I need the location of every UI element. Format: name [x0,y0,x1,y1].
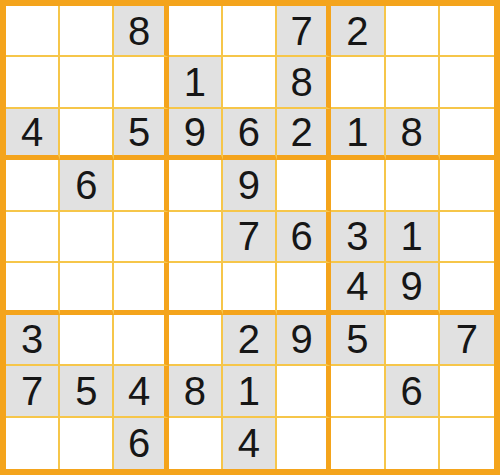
cell-r8c8[interactable]: 6 [386,366,440,417]
cell-r1c2[interactable] [60,6,114,57]
cell-r5c2[interactable] [60,212,114,263]
cell-r5c6[interactable]: 6 [277,212,331,263]
cell-r4c9[interactable] [440,160,494,211]
cell-r9c4[interactable] [169,418,223,469]
cell-r2c3[interactable] [114,57,168,108]
cell-r6c5[interactable] [223,263,277,314]
cell-r5c7[interactable]: 3 [331,212,385,263]
cell-r3c8[interactable]: 8 [386,109,440,160]
cell-r8c5[interactable]: 1 [223,366,277,417]
cell-r6c7[interactable]: 4 [331,263,385,314]
cell-r7c4[interactable] [169,315,223,366]
cell-r4c5[interactable]: 9 [223,160,277,211]
cell-r3c7[interactable]: 1 [331,109,385,160]
cell-r3c3[interactable]: 5 [114,109,168,160]
cell-r8c7[interactable] [331,366,385,417]
cell-r9c5[interactable]: 4 [223,418,277,469]
cell-r7c1[interactable]: 3 [6,315,60,366]
cell-r6c4[interactable] [169,263,223,314]
cell-r5c5[interactable]: 7 [223,212,277,263]
cell-r4c8[interactable] [386,160,440,211]
cell-r4c4[interactable] [169,160,223,211]
cell-r9c6[interactable] [277,418,331,469]
cell-r4c7[interactable] [331,160,385,211]
cell-r5c3[interactable] [114,212,168,263]
cell-r3c1[interactable]: 4 [6,109,60,160]
cell-r6c3[interactable] [114,263,168,314]
cell-r7c8[interactable] [386,315,440,366]
cell-r6c6[interactable] [277,263,331,314]
cell-r9c9[interactable] [440,418,494,469]
cell-r7c6[interactable]: 9 [277,315,331,366]
cell-r8c9[interactable] [440,366,494,417]
cell-r5c8[interactable]: 1 [386,212,440,263]
cell-r5c4[interactable] [169,212,223,263]
cell-r1c1[interactable] [6,6,60,57]
cell-r6c1[interactable] [6,263,60,314]
cell-r8c1[interactable]: 7 [6,366,60,417]
cell-r5c1[interactable] [6,212,60,263]
cell-r6c8[interactable]: 9 [386,263,440,314]
cell-r2c2[interactable] [60,57,114,108]
cell-r4c1[interactable] [6,160,60,211]
cell-r1c8[interactable] [386,6,440,57]
cell-r3c9[interactable] [440,109,494,160]
cell-r1c7[interactable]: 2 [331,6,385,57]
cell-r6c2[interactable] [60,263,114,314]
cell-r1c9[interactable] [440,6,494,57]
cell-r7c3[interactable] [114,315,168,366]
cell-r1c6[interactable]: 7 [277,6,331,57]
cell-r9c3[interactable]: 6 [114,418,168,469]
cell-r3c6[interactable]: 2 [277,109,331,160]
cell-r3c5[interactable]: 6 [223,109,277,160]
cell-r4c6[interactable] [277,160,331,211]
cell-r8c6[interactable] [277,366,331,417]
cell-r2c1[interactable] [6,57,60,108]
cell-r9c2[interactable] [60,418,114,469]
cell-r2c6[interactable]: 8 [277,57,331,108]
cell-r2c7[interactable] [331,57,385,108]
cell-r8c3[interactable]: 4 [114,366,168,417]
cell-r4c3[interactable] [114,160,168,211]
cell-r8c2[interactable]: 5 [60,366,114,417]
cell-r9c8[interactable] [386,418,440,469]
cell-r2c4[interactable]: 1 [169,57,223,108]
cell-r7c9[interactable]: 7 [440,315,494,366]
cell-r9c1[interactable] [6,418,60,469]
cell-r7c7[interactable]: 5 [331,315,385,366]
cell-r2c9[interactable] [440,57,494,108]
cell-r4c2[interactable]: 6 [60,160,114,211]
cell-r7c2[interactable] [60,315,114,366]
cell-r9c7[interactable] [331,418,385,469]
cell-r3c2[interactable] [60,109,114,160]
cell-r6c9[interactable] [440,263,494,314]
cell-r1c5[interactable] [223,6,277,57]
cell-r7c5[interactable]: 2 [223,315,277,366]
sudoku-board: 872184596218697631493295775481664 [0,0,500,475]
cell-r3c4[interactable]: 9 [169,109,223,160]
cell-r5c9[interactable] [440,212,494,263]
cell-r1c4[interactable] [169,6,223,57]
cell-r8c4[interactable]: 8 [169,366,223,417]
cell-r2c5[interactable] [223,57,277,108]
cell-r2c8[interactable] [386,57,440,108]
cell-r1c3[interactable]: 8 [114,6,168,57]
